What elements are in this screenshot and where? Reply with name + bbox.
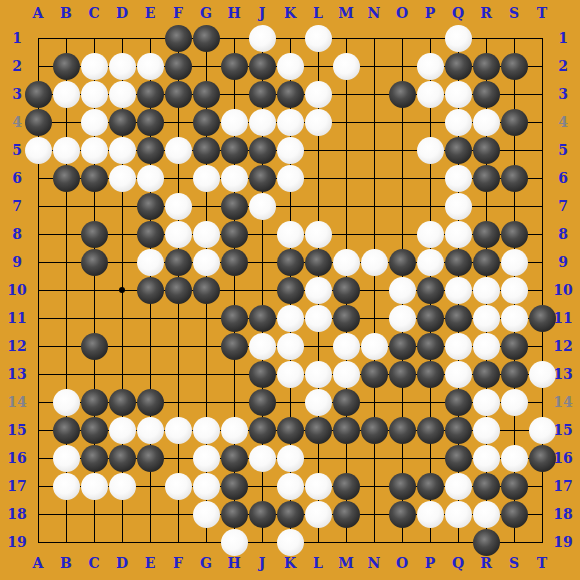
- stone-black-J2[interactable]: [249, 53, 276, 80]
- stone-white-R15[interactable]: [473, 417, 500, 444]
- col-label-bottom-O: O: [392, 555, 412, 571]
- stone-black-H12[interactable]: [221, 333, 248, 360]
- stone-white-S10[interactable]: [501, 277, 528, 304]
- row-label-left-12: 12: [2, 338, 32, 354]
- stone-white-S9[interactable]: [501, 249, 528, 276]
- stone-black-R3[interactable]: [473, 81, 500, 108]
- row-label-right-5: 5: [548, 142, 578, 158]
- stone-black-O13[interactable]: [389, 361, 416, 388]
- stone-black-M15[interactable]: [333, 417, 360, 444]
- col-label-bottom-T: T: [532, 555, 552, 571]
- stone-white-F5[interactable]: [165, 137, 192, 164]
- stone-white-K13[interactable]: [277, 361, 304, 388]
- stone-white-L14[interactable]: [305, 389, 332, 416]
- stone-white-L1[interactable]: [305, 25, 332, 52]
- stone-black-D14[interactable]: [109, 389, 136, 416]
- stone-white-B3[interactable]: [53, 81, 80, 108]
- stone-black-B2[interactable]: [53, 53, 80, 80]
- stone-black-P17[interactable]: [417, 473, 444, 500]
- stone-black-S4[interactable]: [501, 109, 528, 136]
- stone-white-Q4[interactable]: [445, 109, 472, 136]
- row-label-right-12: 12: [548, 338, 578, 354]
- stone-black-T11[interactable]: [529, 305, 556, 332]
- stone-white-J7[interactable]: [249, 193, 276, 220]
- row-label-left-14: 14: [2, 394, 32, 410]
- col-label-bottom-L: L: [308, 555, 328, 571]
- stone-white-H6[interactable]: [221, 165, 248, 192]
- col-label-bottom-G: G: [196, 555, 216, 571]
- stone-white-R11[interactable]: [473, 305, 500, 332]
- stone-black-Q14[interactable]: [445, 389, 472, 416]
- col-label-top-T: T: [532, 5, 552, 21]
- stone-black-E16[interactable]: [137, 445, 164, 472]
- stone-black-H17[interactable]: [221, 473, 248, 500]
- stone-white-Q17[interactable]: [445, 473, 472, 500]
- row-label-left-16: 16: [2, 450, 32, 466]
- stone-white-Q1[interactable]: [445, 25, 472, 52]
- stone-white-F15[interactable]: [165, 417, 192, 444]
- stone-white-M2[interactable]: [333, 53, 360, 80]
- stone-white-D5[interactable]: [109, 137, 136, 164]
- col-label-bottom-F: F: [168, 555, 188, 571]
- stone-black-R17[interactable]: [473, 473, 500, 500]
- row-label-right-1: 1: [548, 30, 578, 46]
- stone-black-S6[interactable]: [501, 165, 528, 192]
- stone-white-T15[interactable]: [529, 417, 556, 444]
- stone-white-Q8[interactable]: [445, 221, 472, 248]
- col-label-top-N: N: [364, 5, 384, 21]
- stone-black-B6[interactable]: [53, 165, 80, 192]
- stone-white-O10[interactable]: [389, 277, 416, 304]
- row-label-left-19: 19: [2, 534, 32, 550]
- stone-black-M18[interactable]: [333, 501, 360, 528]
- stone-white-L10[interactable]: [305, 277, 332, 304]
- stone-black-C14[interactable]: [81, 389, 108, 416]
- row-label-left-10: 10: [2, 282, 32, 298]
- stone-white-F7[interactable]: [165, 193, 192, 220]
- stone-black-R5[interactable]: [473, 137, 500, 164]
- stone-white-J16[interactable]: [249, 445, 276, 472]
- stone-black-F3[interactable]: [165, 81, 192, 108]
- col-label-top-J: J: [252, 5, 272, 21]
- stone-white-R14[interactable]: [473, 389, 500, 416]
- stone-black-K9[interactable]: [277, 249, 304, 276]
- stone-white-Q13[interactable]: [445, 361, 472, 388]
- star-point-D10: [119, 287, 125, 293]
- row-label-left-17: 17: [2, 478, 32, 494]
- stone-black-H8[interactable]: [221, 221, 248, 248]
- stone-black-E8[interactable]: [137, 221, 164, 248]
- col-label-top-G: G: [196, 5, 216, 21]
- stone-white-L13[interactable]: [305, 361, 332, 388]
- col-label-bottom-H: H: [224, 555, 244, 571]
- stone-black-J15[interactable]: [249, 417, 276, 444]
- stone-black-C15[interactable]: [81, 417, 108, 444]
- col-label-bottom-R: R: [476, 555, 496, 571]
- stone-black-J6[interactable]: [249, 165, 276, 192]
- row-label-left-9: 9: [2, 254, 32, 270]
- row-label-left-6: 6: [2, 170, 32, 186]
- stone-white-D15[interactable]: [109, 417, 136, 444]
- stone-black-O15[interactable]: [389, 417, 416, 444]
- stone-black-C9[interactable]: [81, 249, 108, 276]
- stone-black-D16[interactable]: [109, 445, 136, 472]
- stone-white-G18[interactable]: [193, 501, 220, 528]
- stone-white-J12[interactable]: [249, 333, 276, 360]
- stone-white-M9[interactable]: [333, 249, 360, 276]
- col-label-bottom-J: J: [252, 555, 272, 571]
- col-label-top-Q: Q: [448, 5, 468, 21]
- stone-black-E5[interactable]: [137, 137, 164, 164]
- row-label-right-8: 8: [548, 226, 578, 242]
- col-label-bottom-K: K: [280, 555, 300, 571]
- row-label-right-14: 14: [548, 394, 578, 410]
- stone-black-Q15[interactable]: [445, 417, 472, 444]
- stone-white-L4[interactable]: [305, 109, 332, 136]
- stone-white-O11[interactable]: [389, 305, 416, 332]
- stone-white-N9[interactable]: [361, 249, 388, 276]
- stone-black-H11[interactable]: [221, 305, 248, 332]
- col-label-top-K: K: [280, 5, 300, 21]
- col-label-bottom-C: C: [84, 555, 104, 571]
- stone-black-D4[interactable]: [109, 109, 136, 136]
- stone-black-S17[interactable]: [501, 473, 528, 500]
- stone-white-R10[interactable]: [473, 277, 500, 304]
- row-label-left-7: 7: [2, 198, 32, 214]
- stone-white-N12[interactable]: [361, 333, 388, 360]
- stone-black-O9[interactable]: [389, 249, 416, 276]
- stone-black-P11[interactable]: [417, 305, 444, 332]
- stone-black-K3[interactable]: [277, 81, 304, 108]
- col-label-bottom-B: B: [56, 555, 76, 571]
- stone-white-P5[interactable]: [417, 137, 444, 164]
- col-label-top-C: C: [84, 5, 104, 21]
- stone-white-K5[interactable]: [277, 137, 304, 164]
- row-label-left-15: 15: [2, 422, 32, 438]
- row-label-right-9: 9: [548, 254, 578, 270]
- stone-black-F10[interactable]: [165, 277, 192, 304]
- row-label-right-10: 10: [548, 282, 578, 298]
- stone-white-F17[interactable]: [165, 473, 192, 500]
- row-label-right-3: 3: [548, 86, 578, 102]
- col-label-bottom-M: M: [336, 555, 356, 571]
- stone-black-C12[interactable]: [81, 333, 108, 360]
- stone-white-L3[interactable]: [305, 81, 332, 108]
- stone-black-Q2[interactable]: [445, 53, 472, 80]
- stone-black-J3[interactable]: [249, 81, 276, 108]
- row-label-right-2: 2: [548, 58, 578, 74]
- stone-white-K16[interactable]: [277, 445, 304, 472]
- col-label-top-S: S: [504, 5, 524, 21]
- stone-black-H2[interactable]: [221, 53, 248, 80]
- stone-black-J13[interactable]: [249, 361, 276, 388]
- row-label-left-13: 13: [2, 366, 32, 382]
- col-label-top-R: R: [476, 5, 496, 21]
- stone-white-G9[interactable]: [193, 249, 220, 276]
- stone-white-E6[interactable]: [137, 165, 164, 192]
- stone-white-K19[interactable]: [277, 529, 304, 556]
- stone-white-L17[interactable]: [305, 473, 332, 500]
- stone-black-A3[interactable]: [25, 81, 52, 108]
- stone-black-H7[interactable]: [221, 193, 248, 220]
- row-label-right-7: 7: [548, 198, 578, 214]
- stone-white-C4[interactable]: [81, 109, 108, 136]
- stone-black-P13[interactable]: [417, 361, 444, 388]
- stone-black-H5[interactable]: [221, 137, 248, 164]
- stone-black-O12[interactable]: [389, 333, 416, 360]
- stone-black-C6[interactable]: [81, 165, 108, 192]
- stone-white-Q10[interactable]: [445, 277, 472, 304]
- stone-black-E10[interactable]: [137, 277, 164, 304]
- stone-white-K11[interactable]: [277, 305, 304, 332]
- stone-white-M12[interactable]: [333, 333, 360, 360]
- row-label-right-17: 17: [548, 478, 578, 494]
- stone-white-T13[interactable]: [529, 361, 556, 388]
- col-label-bottom-D: D: [112, 555, 132, 571]
- row-label-left-18: 18: [2, 506, 32, 522]
- stone-white-G15[interactable]: [193, 417, 220, 444]
- stone-white-J4[interactable]: [249, 109, 276, 136]
- stone-black-S12[interactable]: [501, 333, 528, 360]
- col-label-top-O: O: [392, 5, 412, 21]
- stone-black-S18[interactable]: [501, 501, 528, 528]
- stone-white-D17[interactable]: [109, 473, 136, 500]
- stone-black-G1[interactable]: [193, 25, 220, 52]
- stone-black-G3[interactable]: [193, 81, 220, 108]
- col-label-top-B: B: [56, 5, 76, 21]
- stone-white-K4[interactable]: [277, 109, 304, 136]
- stone-black-R9[interactable]: [473, 249, 500, 276]
- row-label-left-8: 8: [2, 226, 32, 242]
- stone-black-R2[interactable]: [473, 53, 500, 80]
- stone-black-L15[interactable]: [305, 417, 332, 444]
- stone-white-G8[interactable]: [193, 221, 220, 248]
- stone-black-E3[interactable]: [137, 81, 164, 108]
- stone-white-K8[interactable]: [277, 221, 304, 248]
- stone-white-Q3[interactable]: [445, 81, 472, 108]
- stone-white-K6[interactable]: [277, 165, 304, 192]
- stone-white-F8[interactable]: [165, 221, 192, 248]
- stone-white-Q18[interactable]: [445, 501, 472, 528]
- col-label-bottom-S: S: [504, 555, 524, 571]
- stone-black-H16[interactable]: [221, 445, 248, 472]
- stone-white-R18[interactable]: [473, 501, 500, 528]
- stone-black-N15[interactable]: [361, 417, 388, 444]
- col-label-top-F: F: [168, 5, 188, 21]
- stone-black-M14[interactable]: [333, 389, 360, 416]
- stone-white-H4[interactable]: [221, 109, 248, 136]
- stone-black-J14[interactable]: [249, 389, 276, 416]
- stone-white-D3[interactable]: [109, 81, 136, 108]
- stone-white-G17[interactable]: [193, 473, 220, 500]
- stone-black-C8[interactable]: [81, 221, 108, 248]
- stone-black-K10[interactable]: [277, 277, 304, 304]
- col-label-bottom-E: E: [140, 555, 160, 571]
- stone-white-S14[interactable]: [501, 389, 528, 416]
- stone-white-E15[interactable]: [137, 417, 164, 444]
- row-label-right-18: 18: [548, 506, 578, 522]
- stone-black-K18[interactable]: [277, 501, 304, 528]
- stone-white-D2[interactable]: [109, 53, 136, 80]
- stone-black-O18[interactable]: [389, 501, 416, 528]
- stone-white-K12[interactable]: [277, 333, 304, 360]
- stone-black-H18[interactable]: [221, 501, 248, 528]
- stone-white-S11[interactable]: [501, 305, 528, 332]
- stone-black-Q11[interactable]: [445, 305, 472, 332]
- stone-white-M13[interactable]: [333, 361, 360, 388]
- stone-white-C2[interactable]: [81, 53, 108, 80]
- stone-black-Q5[interactable]: [445, 137, 472, 164]
- stone-black-T16[interactable]: [529, 445, 556, 472]
- stone-white-D6[interactable]: [109, 165, 136, 192]
- stone-black-N13[interactable]: [361, 361, 388, 388]
- stone-black-R8[interactable]: [473, 221, 500, 248]
- stone-white-B5[interactable]: [53, 137, 80, 164]
- stone-black-R13[interactable]: [473, 361, 500, 388]
- stone-black-S13[interactable]: [501, 361, 528, 388]
- stone-black-S8[interactable]: [501, 221, 528, 248]
- stone-black-K15[interactable]: [277, 417, 304, 444]
- stone-white-R4[interactable]: [473, 109, 500, 136]
- stone-white-K2[interactable]: [277, 53, 304, 80]
- stone-black-F2[interactable]: [165, 53, 192, 80]
- stone-black-R19[interactable]: [473, 529, 500, 556]
- stone-white-E2[interactable]: [137, 53, 164, 80]
- stone-black-L9[interactable]: [305, 249, 332, 276]
- stone-white-G16[interactable]: [193, 445, 220, 472]
- stone-black-G5[interactable]: [193, 137, 220, 164]
- stone-white-B16[interactable]: [53, 445, 80, 472]
- stone-black-F1[interactable]: [165, 25, 192, 52]
- stone-white-L8[interactable]: [305, 221, 332, 248]
- stone-white-R16[interactable]: [473, 445, 500, 472]
- row-label-right-4: 4: [548, 114, 578, 130]
- stone-white-Q7[interactable]: [445, 193, 472, 220]
- col-label-top-L: L: [308, 5, 328, 21]
- stone-black-R6[interactable]: [473, 165, 500, 192]
- stone-white-P8[interactable]: [417, 221, 444, 248]
- stone-black-C16[interactable]: [81, 445, 108, 472]
- stone-white-H19[interactable]: [221, 529, 248, 556]
- stone-black-G10[interactable]: [193, 277, 220, 304]
- col-label-bottom-A: A: [28, 555, 48, 571]
- row-label-right-6: 6: [548, 170, 578, 186]
- row-label-left-1: 1: [2, 30, 32, 46]
- stone-black-B15[interactable]: [53, 417, 80, 444]
- col-label-top-A: A: [28, 5, 48, 21]
- stone-black-O17[interactable]: [389, 473, 416, 500]
- stone-white-C5[interactable]: [81, 137, 108, 164]
- stone-black-Q9[interactable]: [445, 249, 472, 276]
- stone-white-E9[interactable]: [137, 249, 164, 276]
- stone-white-B14[interactable]: [53, 389, 80, 416]
- col-label-top-E: E: [140, 5, 160, 21]
- row-label-left-11: 11: [2, 310, 32, 326]
- stone-white-P2[interactable]: [417, 53, 444, 80]
- stone-white-L11[interactable]: [305, 305, 332, 332]
- stone-white-H15[interactable]: [221, 417, 248, 444]
- stone-black-A4[interactable]: [25, 109, 52, 136]
- stone-black-F9[interactable]: [165, 249, 192, 276]
- stone-black-G4[interactable]: [193, 109, 220, 136]
- stone-black-E4[interactable]: [137, 109, 164, 136]
- stone-black-Q16[interactable]: [445, 445, 472, 472]
- stone-black-M10[interactable]: [333, 277, 360, 304]
- stone-white-P3[interactable]: [417, 81, 444, 108]
- col-label-top-P: P: [420, 5, 440, 21]
- stone-white-S16[interactable]: [501, 445, 528, 472]
- stone-white-R12[interactable]: [473, 333, 500, 360]
- stone-black-J11[interactable]: [249, 305, 276, 332]
- row-label-right-19: 19: [548, 534, 578, 550]
- stone-black-P15[interactable]: [417, 417, 444, 444]
- stone-black-M11[interactable]: [333, 305, 360, 332]
- stone-white-P9[interactable]: [417, 249, 444, 276]
- stone-white-Q6[interactable]: [445, 165, 472, 192]
- stone-white-K17[interactable]: [277, 473, 304, 500]
- stone-black-H9[interactable]: [221, 249, 248, 276]
- stone-white-C17[interactable]: [81, 473, 108, 500]
- stone-white-A5[interactable]: [25, 137, 52, 164]
- stone-white-P18[interactable]: [417, 501, 444, 528]
- stone-black-E14[interactable]: [137, 389, 164, 416]
- stone-black-M17[interactable]: [333, 473, 360, 500]
- col-label-top-H: H: [224, 5, 244, 21]
- stone-white-G6[interactable]: [193, 165, 220, 192]
- stone-black-P12[interactable]: [417, 333, 444, 360]
- stone-white-B17[interactable]: [53, 473, 80, 500]
- stone-black-E7[interactable]: [137, 193, 164, 220]
- col-label-bottom-N: N: [364, 555, 384, 571]
- stone-white-Q12[interactable]: [445, 333, 472, 360]
- stone-white-J1[interactable]: [249, 25, 276, 52]
- stone-white-L18[interactable]: [305, 501, 332, 528]
- col-label-bottom-Q: Q: [448, 555, 468, 571]
- row-label-left-2: 2: [2, 58, 32, 74]
- col-label-top-M: M: [336, 5, 356, 21]
- stone-black-J5[interactable]: [249, 137, 276, 164]
- col-label-bottom-P: P: [420, 555, 440, 571]
- stone-black-S2[interactable]: [501, 53, 528, 80]
- stone-black-P10[interactable]: [417, 277, 444, 304]
- col-label-top-D: D: [112, 5, 132, 21]
- stone-white-C3[interactable]: [81, 81, 108, 108]
- stone-black-J18[interactable]: [249, 501, 276, 528]
- stone-black-O3[interactable]: [389, 81, 416, 108]
- go-board-screen: AABBCCDDEEFFGGHHJJKKLLMMNNOOPPQQRRSSTT11…: [0, 0, 580, 580]
